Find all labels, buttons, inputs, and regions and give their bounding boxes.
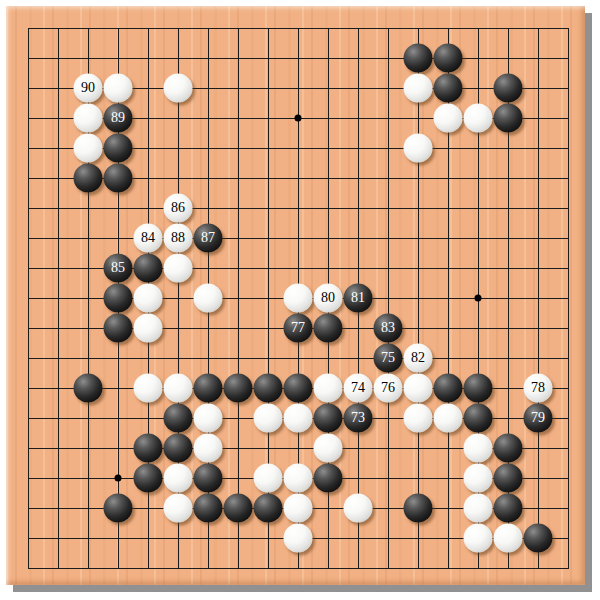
move-number-label: 87 xyxy=(194,224,223,253)
stone-white xyxy=(104,74,133,103)
stone-black xyxy=(284,374,313,403)
move-number-label: 82 xyxy=(404,344,433,373)
stone-black xyxy=(464,404,493,433)
stone-white xyxy=(164,254,193,283)
stone-black: 89 xyxy=(104,104,133,133)
page-background: 908986848887858081778375827476787379 xyxy=(0,0,600,600)
move-number-label: 84 xyxy=(134,224,163,253)
move-number-label: 81 xyxy=(344,284,373,313)
stone-black xyxy=(194,494,223,523)
stone-black: 77 xyxy=(284,314,313,343)
stone-black xyxy=(104,314,133,343)
stone-white xyxy=(464,464,493,493)
stone-white: 76 xyxy=(374,374,403,403)
stone-black xyxy=(164,404,193,433)
stone-black: 85 xyxy=(104,254,133,283)
stone-white xyxy=(284,524,313,553)
stone-white xyxy=(284,284,313,313)
stone-black xyxy=(404,44,433,73)
stone-white xyxy=(254,404,283,433)
stone-white xyxy=(464,104,493,133)
stone-black xyxy=(494,104,523,133)
stone-black xyxy=(494,434,523,463)
stone-black xyxy=(314,404,343,433)
move-number-label: 79 xyxy=(524,404,553,433)
stone-white xyxy=(164,464,193,493)
stone-black xyxy=(494,74,523,103)
stone-white: 74 xyxy=(344,374,373,403)
stone-white xyxy=(134,314,163,343)
stone-black xyxy=(254,374,283,403)
stone-white xyxy=(314,374,343,403)
stone-white xyxy=(494,524,523,553)
stone-black xyxy=(134,254,163,283)
stone-black xyxy=(494,464,523,493)
stone-black xyxy=(434,74,463,103)
stone-white: 82 xyxy=(404,344,433,373)
stone-black xyxy=(134,464,163,493)
stone-white xyxy=(404,134,433,163)
stone-black xyxy=(104,134,133,163)
stone-black xyxy=(434,374,463,403)
star-point xyxy=(115,475,122,482)
stone-white xyxy=(164,494,193,523)
stone-black: 83 xyxy=(374,314,403,343)
stone-black xyxy=(104,494,133,523)
move-number-label: 85 xyxy=(104,254,133,283)
stone-white: 90 xyxy=(74,74,103,103)
move-number-label: 73 xyxy=(344,404,373,433)
stone-white xyxy=(404,404,433,433)
move-number-label: 77 xyxy=(284,314,313,343)
stone-white xyxy=(464,524,493,553)
stone-black xyxy=(434,44,463,73)
stone-black xyxy=(494,494,523,523)
stone-white xyxy=(284,404,313,433)
stone-white: 80 xyxy=(314,284,343,313)
stone-white: 78 xyxy=(524,374,553,403)
stone-white xyxy=(404,374,433,403)
stone-black xyxy=(224,374,253,403)
stone-white xyxy=(404,74,433,103)
stone-white xyxy=(194,434,223,463)
stone-white xyxy=(194,284,223,313)
stone-white xyxy=(464,494,493,523)
stone-black: 75 xyxy=(374,344,403,373)
stone-black xyxy=(74,374,103,403)
stone-black: 87 xyxy=(194,224,223,253)
move-number-label: 86 xyxy=(164,194,193,223)
stone-white xyxy=(254,464,283,493)
stone-white xyxy=(74,104,103,133)
stone-white xyxy=(344,494,373,523)
stone-black xyxy=(134,434,163,463)
stone-white xyxy=(284,494,313,523)
move-number-label: 89 xyxy=(104,104,133,133)
star-point xyxy=(295,115,302,122)
stone-black: 81 xyxy=(344,284,373,313)
move-number-label: 75 xyxy=(374,344,403,373)
stone-black xyxy=(404,494,433,523)
stone-white xyxy=(284,464,313,493)
stone-black: 79 xyxy=(524,404,553,433)
stone-white xyxy=(464,434,493,463)
stone-white xyxy=(74,134,103,163)
stone-black xyxy=(194,374,223,403)
stone-black xyxy=(224,494,253,523)
move-number-label: 74 xyxy=(344,374,373,403)
star-point xyxy=(475,295,482,302)
stone-black xyxy=(104,284,133,313)
stone-white xyxy=(164,74,193,103)
move-number-label: 90 xyxy=(74,74,103,103)
stone-white xyxy=(164,374,193,403)
stone-white xyxy=(434,104,463,133)
stone-white: 84 xyxy=(134,224,163,253)
stone-black xyxy=(314,464,343,493)
go-board[interactable]: 908986848887858081778375827476787379 xyxy=(6,6,585,585)
stone-white xyxy=(134,284,163,313)
move-number-label: 78 xyxy=(524,374,553,403)
stone-white: 88 xyxy=(164,224,193,253)
stone-white xyxy=(314,434,343,463)
stone-white xyxy=(194,404,223,433)
stone-white xyxy=(134,374,163,403)
stone-black xyxy=(194,464,223,493)
stone-black xyxy=(104,164,133,193)
stone-white: 86 xyxy=(164,194,193,223)
stone-black: 73 xyxy=(344,404,373,433)
stone-black xyxy=(464,374,493,403)
move-number-label: 80 xyxy=(314,284,343,313)
stone-black xyxy=(254,494,283,523)
move-number-label: 76 xyxy=(374,374,403,403)
stone-black xyxy=(524,524,553,553)
move-number-label: 83 xyxy=(374,314,403,343)
stone-white xyxy=(434,404,463,433)
stone-black xyxy=(164,434,193,463)
stone-black xyxy=(314,314,343,343)
move-number-label: 88 xyxy=(164,224,193,253)
stone-black xyxy=(74,164,103,193)
board-grid[interactable]: 908986848887858081778375827476787379 xyxy=(28,28,569,569)
